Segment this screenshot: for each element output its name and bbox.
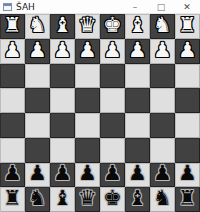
piece-black-pawn: ♟ <box>3 163 22 184</box>
piece-black-rook: ♜ <box>178 188 197 209</box>
piece-black-bishop: ♝ <box>128 188 147 209</box>
piece-white-pawn: ♟ <box>128 40 147 61</box>
piece-black-pawn: ♟ <box>78 163 97 184</box>
window-title: ŠAH <box>16 0 35 14</box>
square-f5[interactable] <box>125 113 150 138</box>
square-b4[interactable] <box>25 88 50 113</box>
piece-white-pawn: ♟ <box>153 40 172 61</box>
square-e2[interactable]: ♟ <box>100 39 125 64</box>
piece-white-queen: ♛ <box>78 15 97 36</box>
square-d3[interactable] <box>75 64 100 89</box>
square-c8[interactable]: ♝ <box>50 187 75 212</box>
square-f2[interactable]: ♟ <box>125 39 150 64</box>
square-c6[interactable] <box>50 138 75 163</box>
square-e6[interactable] <box>100 138 125 163</box>
square-h1[interactable]: ♜ <box>175 14 200 39</box>
square-g4[interactable] <box>150 88 175 113</box>
piece-black-pawn: ♟ <box>53 163 72 184</box>
square-b5[interactable] <box>25 113 50 138</box>
square-a2[interactable]: ♟ <box>0 39 25 64</box>
square-h8[interactable]: ♜ <box>175 187 200 212</box>
square-b2[interactable]: ♟ <box>25 39 50 64</box>
square-c4[interactable] <box>50 88 75 113</box>
piece-white-bishop: ♝ <box>128 15 147 36</box>
square-g7[interactable]: ♟ <box>150 163 175 188</box>
square-h3[interactable] <box>175 64 200 89</box>
piece-white-king: ♚ <box>103 15 122 36</box>
piece-black-rook: ♜ <box>3 188 22 209</box>
square-a6[interactable] <box>0 138 25 163</box>
piece-white-knight: ♞ <box>153 15 172 36</box>
square-d1[interactable]: ♛ <box>75 14 100 39</box>
square-a8[interactable]: ♜ <box>0 187 25 212</box>
square-c1[interactable]: ♝ <box>50 14 75 39</box>
square-e3[interactable] <box>100 64 125 89</box>
piece-white-rook: ♜ <box>178 15 197 36</box>
square-b6[interactable] <box>25 138 50 163</box>
piece-black-bishop: ♝ <box>53 188 72 209</box>
square-a5[interactable] <box>0 113 25 138</box>
square-h7[interactable]: ♟ <box>175 163 200 188</box>
square-e5[interactable] <box>100 113 125 138</box>
minimize-button[interactable]: – <box>122 0 148 13</box>
square-g5[interactable] <box>150 113 175 138</box>
square-d8[interactable]: ♛ <box>75 187 100 212</box>
square-f1[interactable]: ♝ <box>125 14 150 39</box>
square-h4[interactable] <box>175 88 200 113</box>
piece-black-pawn: ♟ <box>153 163 172 184</box>
square-a3[interactable] <box>0 64 25 89</box>
piece-white-pawn: ♟ <box>28 40 47 61</box>
piece-black-knight: ♞ <box>153 188 172 209</box>
square-c7[interactable]: ♟ <box>50 163 75 188</box>
square-c3[interactable] <box>50 64 75 89</box>
piece-black-pawn: ♟ <box>103 163 122 184</box>
square-d5[interactable] <box>75 113 100 138</box>
maximize-button[interactable]: □ <box>148 0 174 13</box>
square-h6[interactable] <box>175 138 200 163</box>
square-e4[interactable] <box>100 88 125 113</box>
title-bar: ŠAH – □ ✕ <box>0 0 200 14</box>
piece-white-bishop: ♝ <box>53 15 72 36</box>
square-g2[interactable]: ♟ <box>150 39 175 64</box>
square-d2[interactable]: ♟ <box>75 39 100 64</box>
square-e8[interactable]: ♚ <box>100 187 125 212</box>
piece-white-pawn: ♟ <box>53 40 72 61</box>
piece-white-pawn: ♟ <box>78 40 97 61</box>
piece-black-pawn: ♟ <box>178 163 197 184</box>
piece-white-pawn: ♟ <box>103 40 122 61</box>
square-c2[interactable]: ♟ <box>50 39 75 64</box>
piece-white-rook: ♜ <box>3 15 22 36</box>
piece-black-pawn: ♟ <box>28 163 47 184</box>
square-b8[interactable]: ♞ <box>25 187 50 212</box>
piece-black-king: ♚ <box>103 188 122 209</box>
square-h5[interactable] <box>175 113 200 138</box>
square-b3[interactable] <box>25 64 50 89</box>
piece-black-pawn: ♟ <box>128 163 147 184</box>
square-f3[interactable] <box>125 64 150 89</box>
piece-white-knight: ♞ <box>28 15 47 36</box>
close-button[interactable]: ✕ <box>174 0 200 13</box>
chess-board: ♜♞♝♛♚♝♞♜♟♟♟♟♟♟♟♟♟♟♟♟♟♟♟♟♜♞♝♛♚♝♞♜ <box>0 14 200 212</box>
square-a1[interactable]: ♜ <box>0 14 25 39</box>
piece-white-pawn: ♟ <box>178 40 197 61</box>
square-g8[interactable]: ♞ <box>150 187 175 212</box>
square-a4[interactable] <box>0 88 25 113</box>
square-f7[interactable]: ♟ <box>125 163 150 188</box>
square-e7[interactable]: ♟ <box>100 163 125 188</box>
window-controls: – □ ✕ <box>122 0 200 13</box>
app-icon <box>3 3 12 11</box>
square-c5[interactable] <box>50 113 75 138</box>
square-b1[interactable]: ♞ <box>25 14 50 39</box>
square-d6[interactable] <box>75 138 100 163</box>
square-f6[interactable] <box>125 138 150 163</box>
square-f8[interactable]: ♝ <box>125 187 150 212</box>
piece-black-queen: ♛ <box>78 188 97 209</box>
square-g1[interactable]: ♞ <box>150 14 175 39</box>
square-g6[interactable] <box>150 138 175 163</box>
square-f4[interactable] <box>125 88 150 113</box>
square-e1[interactable]: ♚ <box>100 14 125 39</box>
square-d7[interactable]: ♟ <box>75 163 100 188</box>
piece-white-pawn: ♟ <box>3 40 22 61</box>
app-window: ŠAH – □ ✕ ♜♞♝♛♚♝♞♜♟♟♟♟♟♟♟♟♟♟♟♟♟♟♟♟♜♞♝♛♚♝… <box>0 0 200 212</box>
square-a7[interactable]: ♟ <box>0 163 25 188</box>
square-d4[interactable] <box>75 88 100 113</box>
piece-black-knight: ♞ <box>28 188 47 209</box>
square-h2[interactable]: ♟ <box>175 39 200 64</box>
square-g3[interactable] <box>150 64 175 89</box>
square-b7[interactable]: ♟ <box>25 163 50 188</box>
